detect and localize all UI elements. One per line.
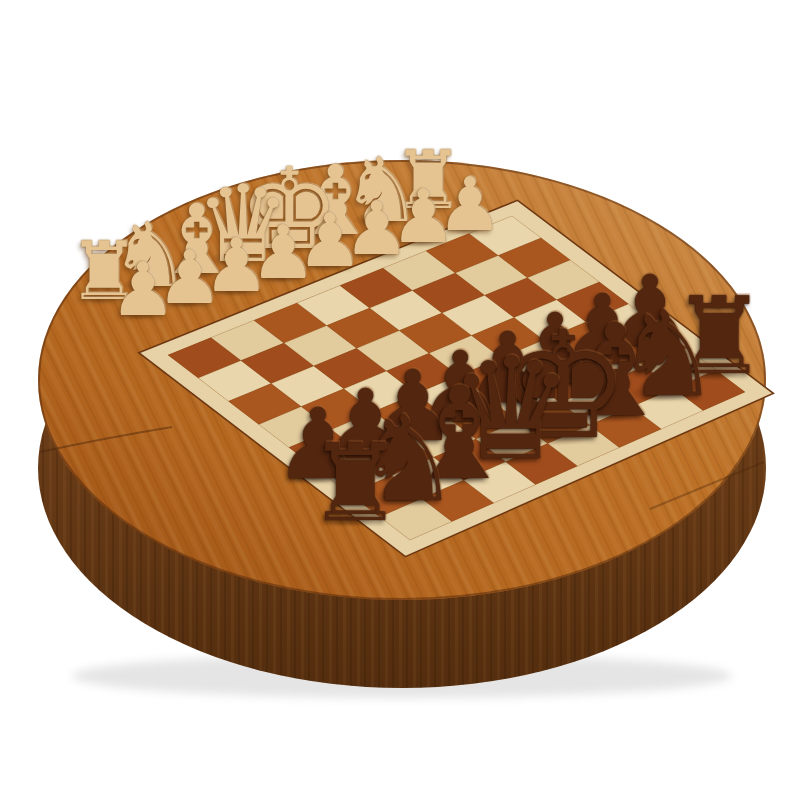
white-pawn[interactable]: ♟ [106,253,180,327]
pieces-layer: ♜♞♝♛♚♝♞♜♟♟♟♟♟♟♟♟♟♟♟♟♟♟♟♟♜♞♝♛♚♝♞♜ [0,0,800,800]
black-rook[interactable]: ♜ [302,430,409,537]
chess-set-photo: ♜♞♝♛♚♝♞♜♟♟♟♟♟♟♟♟♟♟♟♟♟♟♟♟♜♞♝♛♚♝♞♜ [0,0,800,800]
